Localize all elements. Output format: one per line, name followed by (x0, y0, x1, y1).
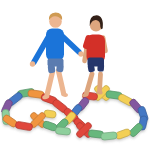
boy-right-leg-left (87, 74, 93, 93)
child-boy-left (30, 13, 84, 100)
boy-left-torso (46, 29, 64, 61)
boy-left-hand-left (30, 61, 35, 66)
boy-right-leg-right (100, 74, 101, 91)
scene-svg (0, 0, 150, 150)
wavy-path-piece (128, 122, 144, 138)
boy-left-shorts-leg-left (48, 64, 56, 73)
boy-left-hand-right (78, 51, 83, 56)
boy-left-shorts-leg-right (56, 64, 64, 73)
boy-right-sleeve-left (86, 38, 89, 46)
wavy-path-piece (55, 127, 71, 136)
boy-left-leg-right (59, 71, 64, 93)
wavy-path-piece (101, 132, 118, 141)
child-boy-right (82, 15, 106, 97)
balance-path (1, 84, 149, 140)
children-layer (30, 13, 106, 100)
boy-right-shorts-leg-right (97, 63, 104, 71)
product-photo-stage (0, 0, 150, 150)
boy-left-leg-left (47, 72, 53, 95)
